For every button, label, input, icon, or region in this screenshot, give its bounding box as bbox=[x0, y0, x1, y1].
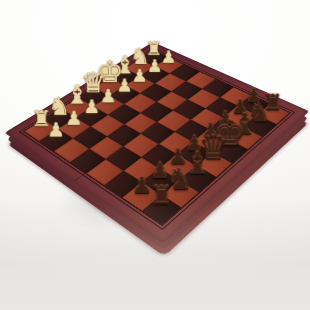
chess-board: ♜♞♝♛♚♝♞♜♟♟♟♟♟♟♟♟♟♟♟♟♟♟♟♟♜♞♝♛♚♝♞♜ bbox=[5, 42, 310, 244]
square-e6[interactable] bbox=[175, 120, 209, 142]
square-g3[interactable] bbox=[155, 74, 185, 92]
photo-background: ♜♞♝♛♚♝♞♜♟♟♟♟♟♟♟♟♟♟♟♟♟♟♟♟♜♞♝♛♚♝♞♜ bbox=[0, 0, 310, 310]
board-frame: ♜♞♝♛♚♝♞♜♟♟♟♟♟♟♟♟♟♟♟♟♟♟♟♟♜♞♝♛♚♝♞♜ bbox=[5, 42, 310, 244]
board-squares: ♜♞♝♛♚♝♞♜♟♟♟♟♟♟♟♟♟♟♟♟♟♟♟♟♜♞♝♛♚♝♞♜ bbox=[23, 50, 291, 226]
scene: ♜♞♝♛♚♝♞♜♟♟♟♟♟♟♟♟♟♟♟♟♟♟♟♟♜♞♝♛♚♝♞♜ bbox=[0, 0, 310, 310]
white-rook-icon: ♜ bbox=[135, 39, 173, 58]
